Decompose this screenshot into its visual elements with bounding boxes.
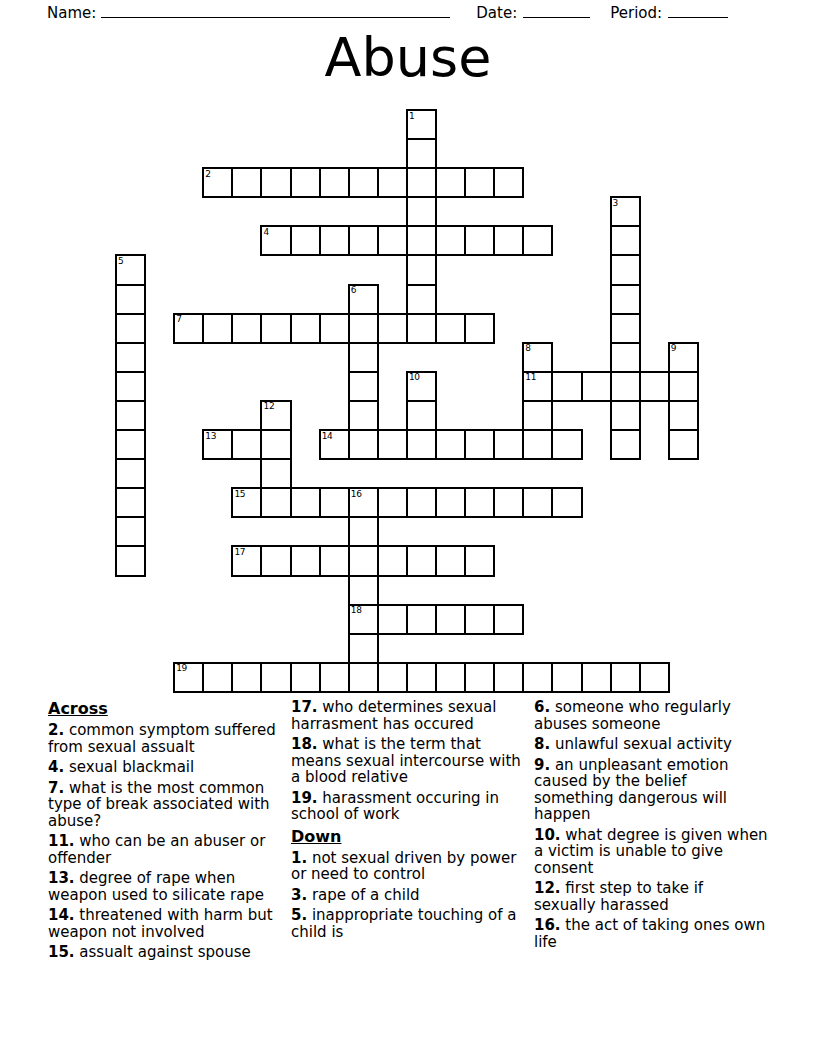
clue-number-label: 19.: [291, 789, 318, 807]
grid-cell-r11c4[interactable]: [232, 430, 261, 459]
name-blank-line[interactable]: [101, 3, 450, 18]
clue-4: 4. sexual blackmail: [48, 759, 283, 776]
grid-cell-r11c12[interactable]: [465, 430, 494, 459]
grid-cell-r19c7[interactable]: [320, 663, 349, 692]
grid-cell-r2c9[interactable]: [378, 168, 407, 197]
cell-number-6: 6: [351, 285, 356, 295]
grid-cell-r9c15[interactable]: [552, 372, 581, 401]
grid-cell-r3c10[interactable]: [407, 197, 436, 226]
grid-cell-r17c10[interactable]: [407, 605, 436, 634]
grid-cell-r19c14[interactable]: [523, 663, 552, 692]
grid-cell-r2c11[interactable]: [436, 168, 465, 197]
clue-7: 7. what is the most common type of break…: [48, 780, 283, 830]
grid-cell-r2c7[interactable]: [320, 168, 349, 197]
grid-cell-r2c4[interactable]: [232, 168, 261, 197]
clue-number-label: 3.: [291, 886, 307, 904]
grid-cell-r15c10[interactable]: [407, 546, 436, 575]
period-blank-line[interactable]: [668, 3, 728, 18]
grid-cell-r15c7[interactable]: [320, 546, 349, 575]
grid-cell-r8c14[interactable]: 8: [523, 343, 552, 372]
grid-cell-r10c17[interactable]: [611, 401, 640, 430]
grid-cell-r8c19[interactable]: 9: [669, 343, 698, 372]
grid-cell-r11c8[interactable]: [349, 430, 378, 459]
grid-cell-r2c3[interactable]: 2: [203, 168, 232, 197]
clue-18: 18. what is the term that means sexual i…: [291, 736, 526, 786]
grid-cell-r9c0[interactable]: [116, 372, 145, 401]
grid-cell-r17c13[interactable]: [494, 605, 523, 634]
grid-cell-r2c10[interactable]: [407, 168, 436, 197]
cell-number-18: 18: [351, 605, 362, 615]
grid-cell-r2c6[interactable]: [291, 168, 320, 197]
clue-column-2: 17. who determines sexual harrasment has…: [291, 699, 526, 965]
grid-cell-r19c15[interactable]: [552, 663, 581, 692]
grid-cell-r15c9[interactable]: [378, 546, 407, 575]
grid-cell-r10c14[interactable]: [523, 401, 552, 430]
cell-number-8: 8: [525, 343, 530, 353]
clue-number-label: 7.: [48, 779, 64, 797]
grid-cell-r2c13[interactable]: [494, 168, 523, 197]
cell-number-2: 2: [205, 169, 210, 179]
grid-cell-r7c7[interactable]: [320, 314, 349, 343]
cell-number-7: 7: [176, 314, 181, 324]
clue-number-label: 6.: [534, 698, 550, 716]
grid-cell-r13c5[interactable]: [261, 488, 290, 517]
cell-number-4: 4: [263, 227, 268, 237]
grid-cell-r5c10[interactable]: [407, 255, 436, 284]
grid-cell-r14c0[interactable]: [116, 517, 145, 546]
clue-column-3: 6. someone who regularly abuses someone8…: [534, 699, 769, 965]
cell-number-3: 3: [613, 198, 618, 208]
date-label: Date:: [476, 3, 517, 23]
grid-cell-r17c11[interactable]: [436, 605, 465, 634]
grid-cell-r5c17[interactable]: [611, 255, 640, 284]
grid-cell-r10c10[interactable]: [407, 401, 436, 430]
grid-cell-r19c16[interactable]: [582, 663, 611, 692]
grid-cell-r4c14[interactable]: [523, 226, 552, 255]
grid-cell-r13c6[interactable]: [291, 488, 320, 517]
clue-number-label: 16.: [534, 916, 561, 934]
grid-cell-r15c0[interactable]: [116, 546, 145, 575]
cell-number-12: 12: [263, 401, 274, 411]
clue-column-1: Across2. common symptom suffered from se…: [48, 699, 283, 965]
grid-cell-r11c11[interactable]: [436, 430, 465, 459]
grid-cell-r2c8[interactable]: [349, 168, 378, 197]
grid-cell-r10c0[interactable]: [116, 401, 145, 430]
clue-number-label: 11.: [48, 832, 75, 850]
grid-cell-r19c5[interactable]: [261, 663, 290, 692]
grid-cell-r4c17[interactable]: [611, 226, 640, 255]
grid-cell-r0c10[interactable]: 1: [407, 110, 436, 139]
clue-8: 8. unlawful sexual activity: [534, 736, 769, 753]
grid-cell-r7c3[interactable]: [203, 314, 232, 343]
clue-number-label: 10.: [534, 826, 561, 844]
grid-cell-r2c12[interactable]: [465, 168, 494, 197]
clue-number-label: 14.: [48, 906, 75, 924]
clue-6: 6. someone who regularly abuses someone: [534, 699, 769, 732]
grid-cell-r13c11[interactable]: [436, 488, 465, 517]
clue-3: 3. rape of a child: [291, 887, 526, 904]
clue-number-label: 8.: [534, 735, 550, 753]
clue-number-label: 4.: [48, 758, 64, 776]
crossword-grid: 12345678910111213141516171819: [116, 110, 698, 692]
grid-cell-r15c8[interactable]: [349, 546, 378, 575]
grid-cell-r19c9[interactable]: [378, 663, 407, 692]
grid-cell-r10c8[interactable]: [349, 401, 378, 430]
grid-cell-r19c2[interactable]: 19: [174, 663, 203, 692]
grid-cell-r19c11[interactable]: [436, 663, 465, 692]
grid-cell-r11c13[interactable]: [494, 430, 523, 459]
grid-cell-r10c5[interactable]: 12: [261, 401, 290, 430]
grid-cell-r19c10[interactable]: [407, 663, 436, 692]
cell-number-17: 17: [234, 547, 245, 557]
grid-cell-r15c11[interactable]: [436, 546, 465, 575]
grid-cell-r4c6[interactable]: [291, 226, 320, 255]
clue-17: 17. who determines sexual harrasment has…: [291, 699, 526, 732]
clue-1: 1. not sexual driven by power or need to…: [291, 850, 526, 883]
grid-cell-r19c8[interactable]: [349, 663, 378, 692]
clue-2: 2. common symptom suffered from sexual a…: [48, 722, 283, 755]
grid-cell-r6c10[interactable]: [407, 285, 436, 314]
grid-cell-r13c15[interactable]: [552, 488, 581, 517]
grid-cell-r7c0[interactable]: [116, 314, 145, 343]
clue-number-label: 18.: [291, 735, 318, 753]
clue-19: 19. harassment occuring in school of wor…: [291, 790, 526, 823]
grid-cell-r14c8[interactable]: [349, 517, 378, 546]
grid-cell-r17c12[interactable]: [465, 605, 494, 634]
cell-number-15: 15: [234, 489, 245, 499]
cell-number-9: 9: [671, 343, 676, 353]
grid-cell-r13c4[interactable]: 15: [232, 488, 261, 517]
puzzle-title: Abuse: [0, 28, 816, 88]
clue-number-label: 15.: [48, 943, 75, 961]
grid-cell-r9c16[interactable]: [582, 372, 611, 401]
grid-cell-r7c10[interactable]: [407, 314, 436, 343]
grid-cell-r16c8[interactable]: [349, 576, 378, 605]
grid-cell-r7c9[interactable]: [378, 314, 407, 343]
clue-9: 9. an unpleasant emotion caused by the b…: [534, 757, 769, 823]
grid-cell-r10c19[interactable]: [669, 401, 698, 430]
grid-cell-r9c8[interactable]: [349, 372, 378, 401]
grid-cell-r7c11[interactable]: [436, 314, 465, 343]
grid-cell-r19c6[interactable]: [291, 663, 320, 692]
grid-cell-r7c2[interactable]: 7: [174, 314, 203, 343]
down-clues-header: Down: [291, 827, 526, 846]
grid-cell-r15c12[interactable]: [465, 546, 494, 575]
grid-cell-r11c9[interactable]: [378, 430, 407, 459]
grid-cell-r13c12[interactable]: [465, 488, 494, 517]
cell-number-10: 10: [409, 372, 420, 382]
grid-cell-r4c12[interactable]: [465, 226, 494, 255]
clue-5: 5. inappropriate touching of a child is: [291, 907, 526, 940]
grid-cell-r19c3[interactable]: [203, 663, 232, 692]
grid-cell-r6c0[interactable]: [116, 285, 145, 314]
clue-16: 16. the act of taking ones own life: [534, 917, 769, 950]
grid-cell-r18c8[interactable]: [349, 634, 378, 663]
grid-cell-r9c19[interactable]: [669, 372, 698, 401]
cell-number-1: 1: [409, 111, 414, 121]
clue-number-label: 9.: [534, 756, 550, 774]
grid-cell-r11c0[interactable]: [116, 430, 145, 459]
grid-cell-r13c7[interactable]: [320, 488, 349, 517]
grid-cell-r1c10[interactable]: [407, 139, 436, 168]
grid-cell-r12c5[interactable]: [261, 459, 290, 488]
clues-section: Across2. common symptom suffered from se…: [48, 699, 777, 965]
grid-cell-r4c10[interactable]: [407, 226, 436, 255]
grid-cell-r3c17[interactable]: 3: [611, 197, 640, 226]
clue-number-label: 12.: [534, 879, 561, 897]
grid-cell-r2c5[interactable]: [261, 168, 290, 197]
clue-number-label: 2.: [48, 721, 64, 739]
grid-cell-r13c9[interactable]: [378, 488, 407, 517]
grid-cell-r11c5[interactable]: [261, 430, 290, 459]
grid-cell-r8c8[interactable]: [349, 343, 378, 372]
grid-cell-r7c17[interactable]: [611, 314, 640, 343]
grid-cell-r19c4[interactable]: [232, 663, 261, 692]
clue-15: 15. assualt against spouse: [48, 944, 283, 961]
grid-cell-r9c17[interactable]: [611, 372, 640, 401]
grid-cell-r8c0[interactable]: [116, 343, 145, 372]
grid-cell-r19c18[interactable]: [640, 663, 669, 692]
grid-cell-r4c5[interactable]: 4: [261, 226, 290, 255]
grid-cell-r11c19[interactable]: [669, 430, 698, 459]
clue-12: 12. first step to take if sexually haras…: [534, 880, 769, 913]
grid-cell-r4c7[interactable]: [320, 226, 349, 255]
header-row: Name: Date: Period:: [47, 3, 728, 23]
grid-cell-r13c0[interactable]: [116, 488, 145, 517]
cell-number-14: 14: [322, 431, 333, 441]
grid-cell-r19c12[interactable]: [465, 663, 494, 692]
grid-cell-r15c5[interactable]: [261, 546, 290, 575]
grid-cell-r11c7[interactable]: 14: [320, 430, 349, 459]
grid-cell-r8c17[interactable]: [611, 343, 640, 372]
clue-number-label: 1.: [291, 849, 307, 867]
name-label: Name:: [47, 3, 96, 23]
grid-cell-r7c6[interactable]: [291, 314, 320, 343]
cell-number-19: 19: [176, 663, 187, 673]
cell-number-16: 16: [351, 489, 362, 499]
grid-cell-r11c15[interactable]: [552, 430, 581, 459]
grid-cell-r11c10[interactable]: [407, 430, 436, 459]
cell-number-5: 5: [118, 256, 123, 266]
grid-cell-r4c8[interactable]: [349, 226, 378, 255]
grid-cell-r4c11[interactable]: [436, 226, 465, 255]
clue-number-label: 5.: [291, 906, 307, 924]
grid-cell-r13c14[interactable]: [523, 488, 552, 517]
across-clues-header: Across: [48, 699, 283, 718]
grid-cell-r9c18[interactable]: [640, 372, 669, 401]
grid-cell-r11c17[interactable]: [611, 430, 640, 459]
grid-cell-r19c17[interactable]: [611, 663, 640, 692]
clue-10: 10. what degree is given when a victim i…: [534, 827, 769, 877]
grid-cell-r17c9[interactable]: [378, 605, 407, 634]
grid-cell-r7c5[interactable]: [261, 314, 290, 343]
grid-cell-r15c6[interactable]: [291, 546, 320, 575]
grid-cell-r11c3[interactable]: 13: [203, 430, 232, 459]
grid-cell-r4c9[interactable]: [378, 226, 407, 255]
grid-cell-r5c0[interactable]: 5: [116, 255, 145, 284]
grid-cell-r13c13[interactable]: [494, 488, 523, 517]
grid-cell-r15c4[interactable]: 17: [232, 546, 261, 575]
clue-11: 11. who can be an abuser or offender: [48, 833, 283, 866]
clue-number-label: 13.: [48, 869, 75, 887]
grid-cell-r12c0[interactable]: [116, 459, 145, 488]
clue-number-label: 17.: [291, 698, 318, 716]
clue-14: 14. threatened with harm but weapon not …: [48, 907, 283, 940]
cell-number-13: 13: [205, 431, 216, 441]
grid-cell-r9c14[interactable]: 11: [523, 372, 552, 401]
grid-cell-r17c8[interactable]: 18: [349, 605, 378, 634]
grid-cell-r11c14[interactable]: [523, 430, 552, 459]
period-label: Period:: [610, 3, 662, 23]
grid-cell-r7c8[interactable]: [349, 314, 378, 343]
cell-number-11: 11: [525, 372, 536, 382]
clue-13: 13. degree of rape when weapon used to s…: [48, 870, 283, 903]
grid-cell-r13c10[interactable]: [407, 488, 436, 517]
grid-cell-r7c12[interactable]: [465, 314, 494, 343]
date-blank-line[interactable]: [523, 3, 590, 18]
grid-cell-r6c17[interactable]: [611, 285, 640, 314]
grid-cell-r9c10[interactable]: 10: [407, 372, 436, 401]
grid-cell-r19c13[interactable]: [494, 663, 523, 692]
grid-cell-r7c4[interactable]: [232, 314, 261, 343]
grid-cell-r4c13[interactable]: [494, 226, 523, 255]
grid-cell-r6c8[interactable]: 6: [349, 285, 378, 314]
grid-cell-r13c8[interactable]: 16: [349, 488, 378, 517]
